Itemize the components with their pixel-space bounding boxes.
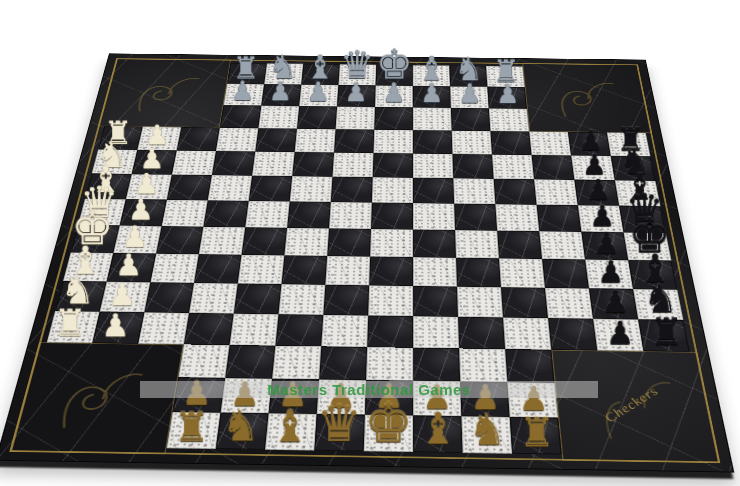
square-r8c10[interactable] [454, 204, 497, 231]
square-r13c8[interactable]: ♟ [375, 86, 413, 108]
black-pawn[interactable]: ♟ [602, 287, 630, 318]
brass-knight[interactable]: ♞ [222, 405, 260, 447]
square-r6c8[interactable] [369, 257, 413, 286]
cream-pawn[interactable]: ♟ [101, 310, 129, 342]
square-r6c7[interactable] [325, 256, 370, 285]
square-r11c8[interactable] [373, 130, 412, 154]
square-r8c8[interactable] [371, 203, 413, 230]
brass-knight[interactable]: ♞ [468, 409, 506, 451]
black-pawn[interactable]: ♟ [606, 318, 634, 350]
square-r12c5[interactable] [258, 106, 299, 129]
corner-area [597, 350, 649, 384]
square-r4c10[interactable] [458, 317, 505, 349]
square-r5c10[interactable] [457, 287, 503, 318]
square-r10c10[interactable] [452, 154, 493, 179]
corner-area [655, 419, 711, 456]
square-r3c9[interactable] [413, 348, 460, 382]
four-player-chess-board: Checkers ♜♞♝♛♚♝♞♜♟♟♟♟♟♟♟♟♜♟♟♜♞♟♟♞♝♟♟♝♛♟♟… [0, 53, 734, 472]
square-r11c3[interactable] [177, 127, 220, 151]
square-r3c6[interactable] [272, 346, 321, 380]
square-r7c5[interactable] [242, 227, 288, 255]
square-r8c12[interactable] [537, 205, 582, 232]
square-r4c7[interactable] [321, 315, 368, 347]
square-r9c3[interactable] [167, 175, 212, 201]
square-r6c12[interactable] [542, 259, 589, 289]
square-r6c5[interactable] [238, 255, 285, 284]
square-r10c5[interactable] [252, 151, 295, 176]
square-r8c6[interactable] [287, 201, 331, 228]
square-r7c8[interactable] [370, 229, 413, 257]
square-r10c4[interactable] [212, 151, 255, 176]
square-r4c1[interactable]: ♜ [47, 311, 100, 343]
square-r9c4[interactable] [208, 175, 252, 201]
square-r4c4[interactable] [184, 313, 234, 345]
square-r9c6[interactable] [290, 176, 333, 202]
square-r6c4[interactable] [194, 254, 242, 283]
cream-pawn[interactable]: ♟ [108, 280, 136, 311]
square-r6c9[interactable] [413, 257, 457, 286]
square-r12c11[interactable] [489, 108, 529, 131]
corner-area [29, 375, 85, 410]
corner-area [68, 410, 124, 447]
brass-rook[interactable]: ♜ [519, 412, 555, 452]
square-r7c12[interactable] [539, 231, 585, 259]
square-r1c7[interactable]: ♛ [314, 414, 365, 451]
square-r3c8[interactable] [366, 347, 413, 381]
corner-area [77, 376, 132, 411]
square-r4c2[interactable]: ♟ [92, 312, 144, 344]
square-r1c6[interactable]: ♝ [265, 413, 317, 450]
cream-rook[interactable]: ♜ [53, 304, 86, 341]
square-r5c11[interactable] [501, 287, 548, 318]
corner-area [85, 343, 138, 377]
square-r8c5[interactable] [245, 201, 290, 228]
square-r6c10[interactable] [456, 258, 501, 287]
corner-area [551, 350, 602, 384]
square-r3c10[interactable] [459, 348, 507, 382]
watermark-text: Masters Traditional Games [267, 381, 470, 398]
square-r6c6[interactable] [282, 255, 328, 284]
square-r6c3[interactable] [150, 254, 198, 283]
square-r13c6[interactable]: ♟ [299, 85, 338, 107]
square-r10c3[interactable] [172, 150, 216, 175]
square-r5c7[interactable] [323, 285, 369, 316]
corner-area [19, 410, 76, 447]
square-r5c5[interactable] [234, 284, 282, 315]
square-r4c5[interactable] [230, 314, 279, 346]
square-r4c14[interactable]: ♜ [638, 319, 690, 351]
square-r11c10[interactable] [452, 131, 492, 155]
black-rook[interactable]: ♜ [650, 313, 683, 350]
brass-bishop[interactable]: ♝ [418, 407, 457, 451]
brass-king[interactable]: ♚ [364, 396, 412, 450]
square-r1c4[interactable]: ♜ [167, 412, 221, 449]
photo-stage: Checkers ♜♞♝♛♚♝♞♜♟♟♟♟♟♟♟♟♜♟♟♜♞♟♟♞♝♟♟♝♛♟♟… [0, 0, 740, 486]
square-r11c11[interactable] [490, 131, 531, 155]
square-r4c8[interactable] [367, 316, 413, 348]
square-r5c3[interactable] [144, 282, 194, 313]
square-r7c10[interactable] [455, 230, 499, 258]
square-r8c9[interactable] [413, 203, 455, 230]
square-r11c6[interactable] [295, 129, 336, 153]
square-r12c6[interactable] [297, 106, 337, 129]
square-r5c6[interactable] [279, 284, 326, 315]
watermark-band: Masters Traditional Games [140, 381, 598, 398]
square-r1c10[interactable]: ♞ [461, 416, 512, 453]
square-r11c5[interactable] [255, 128, 297, 152]
square-r8c7[interactable] [329, 202, 372, 229]
square-r12c10[interactable] [451, 108, 491, 131]
square-r13c10[interactable]: ♟ [450, 86, 489, 108]
square-r5c9[interactable] [413, 286, 458, 317]
square-r13c11[interactable]: ♟ [487, 87, 526, 109]
square-r9c8[interactable] [372, 177, 413, 203]
silver-pawn[interactable]: ♟ [420, 81, 443, 107]
square-r3c11[interactable] [505, 349, 554, 383]
corner-area [181, 105, 223, 128]
square-r5c8[interactable] [368, 285, 413, 316]
silver-pawn[interactable]: ♟ [231, 78, 254, 104]
square-r11c12[interactable] [529, 131, 571, 155]
corner-area [602, 384, 655, 420]
square-r10c11[interactable] [492, 154, 534, 179]
brass-bishop[interactable]: ♝ [270, 405, 309, 448]
silver-pawn[interactable]: ♟ [306, 79, 329, 105]
square-r12c4[interactable] [220, 105, 262, 128]
square-r12c9[interactable] [413, 108, 452, 131]
square-r7c7[interactable] [327, 228, 371, 256]
square-r8c4[interactable] [203, 200, 248, 227]
square-r4c6[interactable] [275, 314, 323, 346]
silver-pawn[interactable]: ♟ [382, 80, 405, 106]
silver-pawn[interactable]: ♟ [496, 81, 519, 107]
square-r12c7[interactable] [336, 107, 375, 130]
square-r9c12[interactable] [534, 179, 578, 205]
square-r3c7[interactable] [319, 346, 367, 380]
square-r4c13[interactable]: ♟ [593, 319, 643, 351]
square-r7c11[interactable] [497, 231, 542, 259]
square-r9c9[interactable] [413, 178, 454, 204]
square-r8c11[interactable] [495, 204, 539, 231]
corner-area [649, 384, 703, 420]
square-r4c12[interactable] [548, 318, 597, 350]
brass-rook[interactable]: ♜ [174, 407, 210, 447]
square-r10c12[interactable] [532, 155, 575, 180]
square-r13c5[interactable]: ♟ [261, 84, 301, 106]
corner-area [38, 342, 92, 376]
square-r10c9[interactable] [413, 153, 453, 178]
corner-area [132, 344, 184, 378]
square-r11c4[interactable] [216, 128, 258, 152]
square-r1c8[interactable]: ♚ [364, 415, 413, 452]
square-r7c9[interactable] [413, 230, 456, 258]
square-r12c8[interactable] [374, 107, 413, 130]
corner-area [116, 62, 158, 83]
corner-area [117, 411, 172, 448]
square-r6c11[interactable] [499, 258, 545, 288]
square-r1c11[interactable]: ♜ [510, 417, 562, 454]
silver-pawn[interactable]: ♟ [458, 81, 481, 107]
square-r7c3[interactable] [156, 226, 203, 254]
square-r4c11[interactable] [503, 317, 551, 349]
square-r11c9[interactable] [413, 130, 453, 154]
square-r10c7[interactable] [332, 152, 373, 177]
silver-pawn[interactable]: ♟ [344, 80, 367, 106]
square-r1c9[interactable]: ♝ [413, 416, 463, 453]
square-r4c9[interactable] [413, 316, 459, 348]
square-r1c5[interactable]: ♞ [216, 413, 269, 450]
square-r10c8[interactable] [373, 153, 413, 178]
silver-pawn[interactable]: ♟ [269, 79, 292, 105]
square-r9c11[interactable] [494, 179, 537, 205]
square-r4c3[interactable] [138, 312, 189, 344]
square-r5c4[interactable] [189, 283, 238, 314]
square-r11c7[interactable] [334, 129, 374, 153]
square-r7c6[interactable] [284, 228, 329, 256]
square-r5c12[interactable] [545, 288, 593, 319]
square-r7c4[interactable] [199, 227, 245, 255]
square-r8c3[interactable] [162, 200, 208, 227]
square-r9c7[interactable] [331, 177, 373, 203]
corner-area [644, 351, 697, 385]
square-r10c6[interactable] [292, 152, 334, 177]
square-r9c5[interactable] [249, 176, 293, 202]
brass-queen[interactable]: ♛ [316, 399, 361, 450]
square-r9c10[interactable] [453, 178, 495, 204]
square-r13c9[interactable]: ♟ [413, 86, 451, 108]
square-r13c4[interactable]: ♟ [224, 84, 265, 106]
square-r13c7[interactable]: ♟ [337, 85, 376, 107]
corner-area [523, 66, 562, 87]
